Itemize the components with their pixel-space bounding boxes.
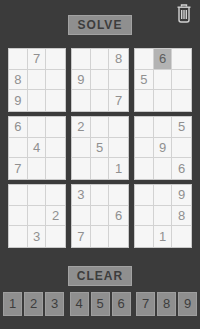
cell-r5c6[interactable] bbox=[109, 138, 128, 159]
cell-r7c9[interactable]: 9 bbox=[172, 185, 191, 206]
cell-r2c6[interactable] bbox=[109, 70, 128, 91]
number-group-3: 7 8 9 bbox=[136, 292, 197, 316]
box-3: 65 bbox=[134, 48, 192, 112]
cell-r5c4[interactable] bbox=[72, 138, 91, 159]
box-1: 789 bbox=[8, 48, 66, 112]
cell-r7c3[interactable] bbox=[46, 185, 65, 206]
cell-r4c3[interactable] bbox=[46, 117, 65, 138]
box-4: 647 bbox=[8, 116, 66, 180]
cell-r7c6[interactable] bbox=[109, 185, 128, 206]
cell-r9c2[interactable]: 3 bbox=[28, 226, 47, 247]
cell-r8c9[interactable]: 8 bbox=[172, 206, 191, 227]
cell-r9c3[interactable] bbox=[46, 226, 65, 247]
cell-r4c6[interactable] bbox=[109, 117, 128, 138]
cell-r7c1[interactable] bbox=[9, 185, 28, 206]
cell-r5c1[interactable] bbox=[9, 138, 28, 159]
cell-r2c2[interactable] bbox=[28, 70, 47, 91]
cell-r4c2[interactable] bbox=[28, 117, 47, 138]
cell-r1c3[interactable] bbox=[46, 49, 65, 70]
cell-r5c8[interactable]: 9 bbox=[154, 138, 173, 159]
cell-r5c3[interactable] bbox=[46, 138, 65, 159]
number-button-5[interactable]: 5 bbox=[91, 292, 110, 316]
cell-r3c8[interactable] bbox=[154, 90, 173, 111]
number-button-2[interactable]: 2 bbox=[24, 292, 43, 316]
box-5: 251 bbox=[71, 116, 129, 180]
cell-r5c9[interactable] bbox=[172, 138, 191, 159]
cell-r3c7[interactable] bbox=[135, 90, 154, 111]
number-group-1: 1 2 3 bbox=[3, 292, 64, 316]
cell-r2c5[interactable] bbox=[91, 70, 110, 91]
cell-r9c1[interactable] bbox=[9, 226, 28, 247]
number-button-1[interactable]: 1 bbox=[3, 292, 22, 316]
box-2: 897 bbox=[71, 48, 129, 112]
cell-r6c9[interactable]: 6 bbox=[172, 158, 191, 179]
cell-r4c7[interactable] bbox=[135, 117, 154, 138]
cell-r8c3[interactable]: 2 bbox=[46, 206, 65, 227]
cell-r8c7[interactable] bbox=[135, 206, 154, 227]
cell-r4c9[interactable]: 5 bbox=[172, 117, 191, 138]
cell-r2c4[interactable]: 9 bbox=[72, 70, 91, 91]
cell-r9c8[interactable]: 1 bbox=[154, 226, 173, 247]
number-group-2: 4 5 6 bbox=[70, 292, 131, 316]
cell-r9c7[interactable] bbox=[135, 226, 154, 247]
cell-r1c9[interactable] bbox=[172, 49, 191, 70]
cell-r2c7[interactable]: 5 bbox=[135, 70, 154, 91]
box-7: 23 bbox=[8, 184, 66, 248]
cell-r7c2[interactable] bbox=[28, 185, 47, 206]
number-button-3[interactable]: 3 bbox=[45, 292, 64, 316]
number-button-4[interactable]: 4 bbox=[70, 292, 89, 316]
cell-r6c7[interactable] bbox=[135, 158, 154, 179]
trash-icon[interactable] bbox=[176, 4, 192, 23]
number-button-9[interactable]: 9 bbox=[178, 292, 197, 316]
cell-r7c5[interactable] bbox=[91, 185, 110, 206]
cell-r3c3[interactable] bbox=[46, 90, 65, 111]
cell-r4c8[interactable] bbox=[154, 117, 173, 138]
cell-r9c5[interactable] bbox=[91, 226, 110, 247]
number-button-6[interactable]: 6 bbox=[112, 292, 131, 316]
cell-r8c2[interactable] bbox=[28, 206, 47, 227]
cell-r3c9[interactable] bbox=[172, 90, 191, 111]
cell-r4c5[interactable] bbox=[91, 117, 110, 138]
box-8: 367 bbox=[71, 184, 129, 248]
cell-r8c8[interactable] bbox=[154, 206, 173, 227]
number-pad: 1 2 3 4 5 6 7 8 9 bbox=[3, 292, 197, 316]
cell-r1c8[interactable]: 6 bbox=[154, 49, 173, 70]
cell-r6c6[interactable]: 1 bbox=[109, 158, 128, 179]
cell-r3c2[interactable] bbox=[28, 90, 47, 111]
cell-r6c2[interactable] bbox=[28, 158, 47, 179]
cell-r3c4[interactable] bbox=[72, 90, 91, 111]
cell-r2c8[interactable] bbox=[154, 70, 173, 91]
cell-r9c6[interactable] bbox=[109, 226, 128, 247]
cell-r8c4[interactable] bbox=[72, 206, 91, 227]
cell-r5c7[interactable] bbox=[135, 138, 154, 159]
cell-r2c1[interactable]: 8 bbox=[9, 70, 28, 91]
cell-r3c5[interactable] bbox=[91, 90, 110, 111]
clear-button[interactable]: CLEAR bbox=[68, 266, 132, 286]
cell-r2c9[interactable] bbox=[172, 70, 191, 91]
cell-r6c3[interactable] bbox=[46, 158, 65, 179]
cell-r1c4[interactable] bbox=[72, 49, 91, 70]
cell-r1c6[interactable]: 8 bbox=[109, 49, 128, 70]
cell-r2c3[interactable] bbox=[46, 70, 65, 91]
cell-r4c1[interactable]: 6 bbox=[9, 117, 28, 138]
cell-r4c4[interactable]: 2 bbox=[72, 117, 91, 138]
cell-r1c2[interactable]: 7 bbox=[28, 49, 47, 70]
cell-r3c6[interactable]: 7 bbox=[109, 90, 128, 111]
cell-r6c4[interactable] bbox=[72, 158, 91, 179]
cell-r1c5[interactable] bbox=[91, 49, 110, 70]
cell-r1c1[interactable] bbox=[9, 49, 28, 70]
sudoku-board: 7898976564725159623367981 bbox=[8, 48, 192, 248]
cell-r9c4[interactable]: 7 bbox=[72, 226, 91, 247]
number-button-8[interactable]: 8 bbox=[157, 292, 176, 316]
solve-button[interactable]: SOLVE bbox=[68, 15, 132, 35]
cell-r6c1[interactable]: 7 bbox=[9, 158, 28, 179]
cell-r7c8[interactable] bbox=[154, 185, 173, 206]
box-6: 596 bbox=[134, 116, 192, 180]
cell-r8c1[interactable] bbox=[9, 206, 28, 227]
number-button-7[interactable]: 7 bbox=[136, 292, 155, 316]
cell-r6c8[interactable] bbox=[154, 158, 173, 179]
cell-r3c1[interactable]: 9 bbox=[9, 90, 28, 111]
cell-r7c4[interactable]: 3 bbox=[72, 185, 91, 206]
cell-r5c2[interactable]: 4 bbox=[28, 138, 47, 159]
cell-r7c7[interactable] bbox=[135, 185, 154, 206]
cell-r8c6[interactable]: 6 bbox=[109, 206, 128, 227]
cell-r8c5[interactable] bbox=[91, 206, 110, 227]
cell-r6c5[interactable] bbox=[91, 158, 110, 179]
cell-r5c5[interactable]: 5 bbox=[91, 138, 110, 159]
cell-r1c7[interactable] bbox=[135, 49, 154, 70]
cell-r9c9[interactable] bbox=[172, 226, 191, 247]
box-9: 981 bbox=[134, 184, 192, 248]
